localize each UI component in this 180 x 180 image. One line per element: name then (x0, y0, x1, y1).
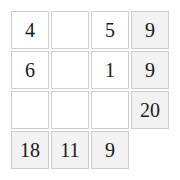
total-cell-r4c2: 11 (51, 131, 89, 169)
entry-cell-r2c1: 6 (11, 51, 49, 89)
absent-corner-r4c4 (131, 131, 169, 169)
entry-cell-r3c2 (51, 91, 89, 129)
entry-cell-r2c2 (51, 51, 89, 89)
total-cell-r2c4: 9 (131, 51, 169, 89)
entry-cell-r3c1 (11, 91, 49, 129)
entry-cell-r3c3 (91, 91, 129, 129)
total-cell-r1c4: 9 (131, 11, 169, 49)
total-cell-r4c1: 18 (11, 131, 49, 169)
entry-cell-r1c3: 5 (91, 11, 129, 49)
total-cell-r4c3: 9 (91, 131, 129, 169)
entry-cell-r1c1: 4 (11, 11, 49, 49)
entry-cell-r1c2 (51, 11, 89, 49)
entry-cell-r2c3: 1 (91, 51, 129, 89)
addition-grid-board: 4596192018119 (10, 10, 170, 170)
puzzle-page: 4596192018119 (0, 0, 180, 180)
total-cell-r3c4: 20 (131, 91, 169, 129)
